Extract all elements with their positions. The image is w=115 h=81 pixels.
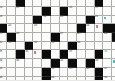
- white-cell[interactable]: [16, 24, 25, 33]
- clue-number: 32: [34, 41, 37, 44]
- white-cell[interactable]: [51, 7, 60, 16]
- white-cell[interactable]: [60, 77, 69, 81]
- white-cell[interactable]: 42: [95, 59, 104, 68]
- clue-number: 18: [0, 15, 2, 18]
- white-cell[interactable]: [112, 77, 115, 81]
- white-cell[interactable]: [33, 59, 42, 68]
- white-cell[interactable]: [25, 7, 34, 16]
- white-cell[interactable]: 5: [42, 0, 51, 7]
- white-cell[interactable]: [7, 59, 16, 68]
- white-cell[interactable]: 10: [86, 0, 95, 7]
- white-cell[interactable]: 35: [0, 50, 7, 59]
- white-cell[interactable]: [77, 7, 86, 16]
- clue-number: 12: [112, 0, 115, 1]
- white-cell[interactable]: [7, 77, 16, 81]
- white-cell[interactable]: [33, 33, 42, 42]
- white-cell[interactable]: 36: [25, 50, 34, 59]
- white-cell[interactable]: 1: [0, 0, 7, 7]
- black-cell: [86, 16, 95, 25]
- white-cell[interactable]: 14: [0, 7, 7, 16]
- clue-number: 28: [77, 32, 80, 35]
- clue-number: 31: [8, 41, 11, 44]
- white-cell[interactable]: 28: [77, 33, 86, 42]
- white-cell[interactable]: 49: [51, 77, 60, 81]
- white-cell[interactable]: [103, 59, 112, 68]
- white-cell[interactable]: [42, 59, 51, 68]
- white-cell[interactable]: [86, 77, 95, 81]
- white-cell[interactable]: [51, 50, 60, 59]
- clue-number: 14: [0, 6, 2, 9]
- white-cell[interactable]: 23: [33, 24, 42, 33]
- clue-number: 50: [104, 76, 107, 79]
- white-cell[interactable]: [112, 50, 115, 59]
- black-cell: [42, 68, 51, 77]
- black-cell: [60, 50, 69, 59]
- black-cell: [112, 24, 115, 33]
- white-cell[interactable]: [103, 7, 112, 16]
- black-cell: [7, 33, 16, 42]
- clue-number: 26: [16, 32, 19, 35]
- white-cell[interactable]: [51, 16, 60, 25]
- white-cell[interactable]: [68, 24, 77, 33]
- clue-number: 43: [0, 67, 2, 70]
- white-cell[interactable]: 43: [0, 68, 7, 77]
- white-cell[interactable]: [42, 33, 51, 42]
- white-cell[interactable]: [86, 50, 95, 59]
- black-cell: [33, 16, 42, 25]
- white-cell[interactable]: [103, 42, 112, 51]
- clue-number: 17: [95, 6, 98, 9]
- clue-number: 7: [60, 0, 62, 1]
- white-cell[interactable]: 6: [51, 0, 60, 7]
- clue-number: 44: [51, 67, 54, 70]
- clue-number: 39: [0, 59, 2, 62]
- white-cell[interactable]: [16, 42, 25, 51]
- black-cell: [95, 77, 104, 81]
- white-cell[interactable]: 30: [0, 42, 7, 51]
- white-cell[interactable]: 11: [103, 0, 112, 7]
- white-cell[interactable]: [42, 24, 51, 33]
- white-cell[interactable]: [25, 59, 34, 68]
- black-cell: [60, 7, 69, 16]
- white-cell[interactable]: 18: [0, 16, 7, 25]
- white-cell[interactable]: 3: [25, 0, 34, 7]
- white-cell[interactable]: [33, 7, 42, 16]
- black-cell: [42, 77, 51, 81]
- crossword-screenshot: 1234567891011121415161718192021222324252…: [0, 0, 115, 80]
- clue-number: 41: [60, 59, 63, 62]
- clue-number: 10: [86, 0, 89, 1]
- clue-number: 20: [60, 15, 63, 18]
- black-cell: [16, 0, 25, 7]
- white-cell[interactable]: 45: [68, 68, 77, 77]
- white-cell[interactable]: 31: [7, 42, 16, 51]
- white-cell[interactable]: 7: [60, 0, 69, 7]
- white-cell[interactable]: [68, 33, 77, 42]
- black-cell: [95, 68, 104, 77]
- white-cell[interactable]: [33, 77, 42, 81]
- clue-number: 49: [51, 76, 54, 79]
- white-cell[interactable]: [60, 68, 69, 77]
- black-cell: [16, 50, 25, 59]
- black-cell: [112, 33, 115, 42]
- color-mark: [113, 60, 115, 63]
- white-cell[interactable]: [60, 42, 69, 51]
- white-cell[interactable]: [95, 42, 104, 51]
- clue-number: 6: [51, 0, 53, 1]
- white-cell[interactable]: [25, 77, 34, 81]
- color-mark: [104, 17, 106, 20]
- white-cell[interactable]: 44: [51, 68, 60, 77]
- white-cell[interactable]: 47: [103, 68, 112, 77]
- white-cell[interactable]: 8: [68, 0, 77, 7]
- white-cell[interactable]: [33, 68, 42, 77]
- clue-number: 9: [77, 0, 79, 1]
- white-cell[interactable]: 33: [51, 42, 60, 51]
- white-cell[interactable]: 27: [60, 33, 69, 42]
- clue-number: 40: [16, 59, 19, 62]
- white-cell[interactable]: 17: [95, 7, 104, 16]
- black-cell: [42, 7, 51, 16]
- black-cell: [51, 59, 60, 68]
- clue-number: 46: [86, 67, 89, 70]
- clue-number: 38: [104, 50, 107, 53]
- white-cell[interactable]: 48: [0, 77, 7, 81]
- clue-number: 35: [0, 50, 2, 53]
- white-cell[interactable]: 12: [112, 0, 115, 7]
- clue-number: 27: [60, 32, 63, 35]
- clue-number: 23: [34, 24, 37, 27]
- white-cell[interactable]: [77, 16, 86, 25]
- clue-number: 8: [69, 0, 71, 1]
- clue-number: 45: [69, 67, 72, 70]
- clue-number: 47: [104, 67, 107, 70]
- white-cell[interactable]: [77, 50, 86, 59]
- clue-number: 16: [69, 6, 72, 9]
- clue-number: 48: [0, 76, 2, 79]
- white-cell[interactable]: 21: [95, 16, 104, 25]
- white-cell[interactable]: [16, 77, 25, 81]
- clue-number: 29: [104, 32, 107, 35]
- white-cell[interactable]: [51, 24, 60, 33]
- white-cell[interactable]: [7, 50, 16, 59]
- clue-number: 19: [43, 15, 46, 18]
- white-cell[interactable]: [86, 7, 95, 16]
- white-cell[interactable]: 34: [77, 42, 86, 51]
- black-cell: [77, 24, 86, 33]
- clue-number: 36: [25, 50, 28, 53]
- clue-number: 30: [0, 41, 2, 44]
- white-cell[interactable]: 2: [7, 0, 16, 7]
- white-cell[interactable]: [7, 7, 16, 16]
- white-cell[interactable]: [86, 33, 95, 42]
- white-cell[interactable]: 38: [103, 50, 112, 59]
- clue-number: 34: [77, 41, 80, 44]
- white-cell[interactable]: 26: [16, 33, 25, 42]
- white-cell[interactable]: 32: [33, 42, 42, 51]
- black-cell: [51, 33, 60, 42]
- white-cell[interactable]: [25, 33, 34, 42]
- black-cell: [103, 24, 112, 33]
- clue-number: 3: [25, 0, 27, 1]
- white-cell[interactable]: [7, 68, 16, 77]
- color-mark: [96, 25, 98, 28]
- white-cell[interactable]: 24: [86, 24, 95, 33]
- black-cell: [86, 59, 95, 68]
- black-cell: [95, 50, 104, 59]
- black-cell: [95, 0, 104, 7]
- clue-number: 2: [8, 0, 10, 1]
- white-cell[interactable]: [68, 16, 77, 25]
- color-mark: [34, 51, 36, 54]
- white-cell[interactable]: [68, 77, 77, 81]
- clue-number: 42: [95, 59, 98, 62]
- white-cell[interactable]: 29: [103, 33, 112, 42]
- white-cell[interactable]: [112, 68, 115, 77]
- clue-number: 5: [43, 0, 45, 1]
- clue-number: 25: [0, 32, 2, 35]
- white-cell[interactable]: 9: [77, 0, 86, 7]
- clue-number: 37: [69, 50, 72, 53]
- white-cell[interactable]: [77, 68, 86, 77]
- black-cell: [68, 42, 77, 51]
- white-cell[interactable]: 22: [7, 24, 16, 33]
- clue-number: 1: [0, 0, 1, 1]
- white-cell[interactable]: [86, 42, 95, 51]
- white-cell[interactable]: [112, 42, 115, 51]
- clue-number: 33: [51, 41, 54, 44]
- white-cell[interactable]: 15: [16, 7, 25, 16]
- white-cell[interactable]: 4: [33, 0, 42, 7]
- clue-number: 15: [16, 6, 19, 9]
- white-cell[interactable]: [7, 16, 16, 25]
- white-cell[interactable]: [25, 16, 34, 25]
- white-cell[interactable]: [33, 50, 42, 59]
- white-cell[interactable]: [42, 42, 51, 51]
- clue-number: 21: [95, 15, 98, 18]
- white-cell[interactable]: 19: [42, 16, 51, 25]
- white-cell[interactable]: [77, 59, 86, 68]
- white-cell[interactable]: 37: [68, 50, 77, 59]
- white-cell[interactable]: 46: [86, 68, 95, 77]
- white-cell[interactable]: [16, 16, 25, 25]
- black-cell: [42, 50, 51, 59]
- crossword-board: 1234567891011121415161718192021222324252…: [0, 0, 115, 80]
- white-cell[interactable]: 16: [68, 7, 77, 16]
- white-cell[interactable]: 20: [60, 16, 69, 25]
- black-cell: [68, 59, 77, 68]
- white-cell[interactable]: 40: [16, 59, 25, 68]
- clue-number: 24: [86, 24, 89, 27]
- white-cell[interactable]: [77, 77, 86, 81]
- white-cell[interactable]: [103, 16, 112, 25]
- white-cell[interactable]: [95, 24, 104, 33]
- white-cell[interactable]: [16, 68, 25, 77]
- black-cell: [25, 42, 34, 51]
- clue-number: 4: [34, 0, 36, 1]
- white-cell[interactable]: [25, 68, 34, 77]
- white-cell[interactable]: [25, 24, 34, 33]
- clue-number: 11: [104, 0, 107, 1]
- white-cell[interactable]: [112, 16, 115, 25]
- white-cell[interactable]: [112, 7, 115, 16]
- white-cell[interactable]: [95, 33, 104, 42]
- white-cell[interactable]: 25: [0, 33, 7, 42]
- white-cell[interactable]: [60, 24, 69, 33]
- white-cell[interactable]: [112, 59, 115, 68]
- white-cell[interactable]: 41: [60, 59, 69, 68]
- white-cell[interactable]: 50: [103, 77, 112, 81]
- white-cell[interactable]: 39: [0, 59, 7, 68]
- black-cell: [0, 24, 7, 33]
- clue-number: 22: [8, 24, 11, 27]
